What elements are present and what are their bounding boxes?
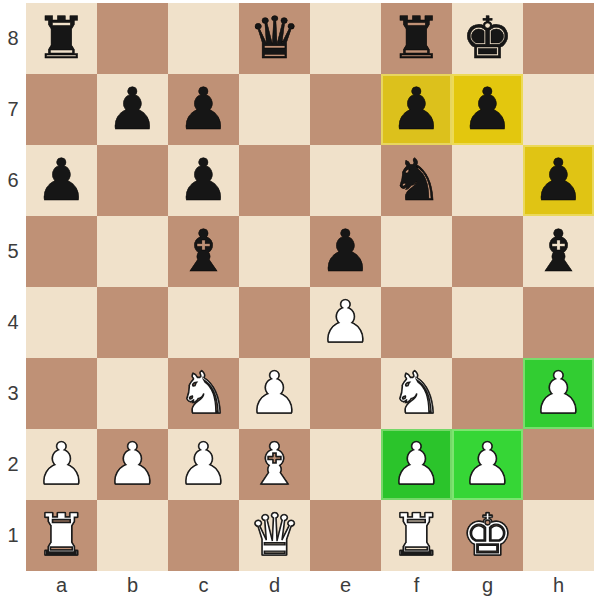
black-pawn[interactable]: ♟	[391, 74, 443, 145]
square-a1[interactable]: ♜	[26, 500, 97, 571]
square-d4[interactable]	[239, 287, 310, 358]
square-d3[interactable]: ♟	[239, 358, 310, 429]
square-b3[interactable]	[97, 358, 168, 429]
square-b2[interactable]: ♟	[97, 429, 168, 500]
black-knight[interactable]: ♞	[391, 145, 443, 216]
black-pawn[interactable]: ♟	[533, 145, 585, 216]
square-e5[interactable]: ♟	[310, 216, 381, 287]
white-queen[interactable]: ♛	[249, 500, 301, 571]
square-d8[interactable]: ♛	[239, 3, 310, 74]
black-pawn[interactable]: ♟	[178, 74, 230, 145]
square-e3[interactable]	[310, 358, 381, 429]
file-label-a: a	[26, 571, 97, 600]
square-e7[interactable]	[310, 74, 381, 145]
square-h1[interactable]	[523, 500, 594, 571]
chess-board[interactable]: ♜♛♜♚♟♟♟♟♟♟♞♟♝♟♝♟♞♟♞♟♟♟♟♝♟♟♜♛♜♚	[26, 3, 594, 571]
square-g4[interactable]	[452, 287, 523, 358]
rank-label-1: 1	[0, 500, 26, 571]
square-c5[interactable]: ♝	[168, 216, 239, 287]
square-h3[interactable]: ♟	[523, 358, 594, 429]
file-label-b: b	[97, 571, 168, 600]
black-pawn[interactable]: ♟	[36, 145, 88, 216]
file-label-e: e	[310, 571, 381, 600]
square-g6[interactable]	[452, 145, 523, 216]
square-a2[interactable]: ♟	[26, 429, 97, 500]
square-e6[interactable]	[310, 145, 381, 216]
white-pawn[interactable]: ♟	[462, 429, 514, 500]
square-b1[interactable]	[97, 500, 168, 571]
square-c8[interactable]	[168, 3, 239, 74]
square-g3[interactable]	[452, 358, 523, 429]
square-h7[interactable]	[523, 74, 594, 145]
white-pawn[interactable]: ♟	[249, 358, 301, 429]
square-f5[interactable]	[381, 216, 452, 287]
square-c6[interactable]: ♟	[168, 145, 239, 216]
square-f8[interactable]: ♜	[381, 3, 452, 74]
black-queen[interactable]: ♛	[249, 3, 301, 74]
square-g1[interactable]: ♚	[452, 500, 523, 571]
square-c3[interactable]: ♞	[168, 358, 239, 429]
square-f4[interactable]	[381, 287, 452, 358]
square-h2[interactable]	[523, 429, 594, 500]
rank-label-5: 5	[0, 216, 26, 287]
square-e8[interactable]	[310, 3, 381, 74]
square-f2[interactable]: ♟	[381, 429, 452, 500]
square-a6[interactable]: ♟	[26, 145, 97, 216]
file-label-g: g	[452, 571, 523, 600]
square-h5[interactable]: ♝	[523, 216, 594, 287]
square-d5[interactable]	[239, 216, 310, 287]
square-c7[interactable]: ♟	[168, 74, 239, 145]
square-g8[interactable]: ♚	[452, 3, 523, 74]
square-a5[interactable]	[26, 216, 97, 287]
white-king[interactable]: ♚	[462, 500, 514, 571]
file-label-h: h	[523, 571, 594, 600]
square-d2[interactable]: ♝	[239, 429, 310, 500]
white-pawn[interactable]: ♟	[320, 287, 372, 358]
square-g5[interactable]	[452, 216, 523, 287]
square-a3[interactable]	[26, 358, 97, 429]
square-d7[interactable]	[239, 74, 310, 145]
square-a8[interactable]: ♜	[26, 3, 97, 74]
black-rook[interactable]: ♜	[391, 3, 443, 74]
square-g2[interactable]: ♟	[452, 429, 523, 500]
square-f7[interactable]: ♟	[381, 74, 452, 145]
file-label-c: c	[168, 571, 239, 600]
square-f1[interactable]: ♜	[381, 500, 452, 571]
square-h6[interactable]: ♟	[523, 145, 594, 216]
rank-label-3: 3	[0, 358, 26, 429]
rank-label-8: 8	[0, 3, 26, 74]
white-pawn[interactable]: ♟	[391, 429, 443, 500]
square-f6[interactable]: ♞	[381, 145, 452, 216]
black-bishop[interactable]: ♝	[178, 216, 230, 287]
square-b6[interactable]	[97, 145, 168, 216]
white-bishop[interactable]: ♝	[249, 429, 301, 500]
white-knight[interactable]: ♞	[178, 358, 230, 429]
black-pawn[interactable]: ♟	[178, 145, 230, 216]
square-d1[interactable]: ♛	[239, 500, 310, 571]
black-pawn[interactable]: ♟	[107, 74, 159, 145]
square-a7[interactable]	[26, 74, 97, 145]
square-c4[interactable]	[168, 287, 239, 358]
white-pawn[interactable]: ♟	[178, 429, 230, 500]
white-knight[interactable]: ♞	[391, 358, 443, 429]
white-rook[interactable]: ♜	[36, 500, 88, 571]
square-b5[interactable]	[97, 216, 168, 287]
white-pawn[interactable]: ♟	[533, 358, 585, 429]
square-b7[interactable]: ♟	[97, 74, 168, 145]
white-rook[interactable]: ♜	[391, 500, 443, 571]
black-pawn[interactable]: ♟	[462, 74, 514, 145]
square-e1[interactable]	[310, 500, 381, 571]
square-e2[interactable]	[310, 429, 381, 500]
square-e4[interactable]: ♟	[310, 287, 381, 358]
square-h4[interactable]	[523, 287, 594, 358]
file-labels: abcdefgh	[26, 571, 594, 600]
rank-label-7: 7	[0, 74, 26, 145]
rank-label-4: 4	[0, 287, 26, 358]
chess-app: 87654321 ♜♛♜♚♟♟♟♟♟♟♞♟♝♟♝♟♞♟♞♟♟♟♟♝♟♟♜♛♜♚ …	[0, 0, 600, 600]
square-b4[interactable]	[97, 287, 168, 358]
white-pawn[interactable]: ♟	[107, 429, 159, 500]
square-g7[interactable]: ♟	[452, 74, 523, 145]
square-h8[interactable]	[523, 3, 594, 74]
black-king[interactable]: ♚	[462, 3, 514, 74]
square-b8[interactable]	[97, 3, 168, 74]
square-c1[interactable]	[168, 500, 239, 571]
square-c2[interactable]: ♟	[168, 429, 239, 500]
file-label-f: f	[381, 571, 452, 600]
rank-labels: 87654321	[0, 3, 26, 571]
black-rook[interactable]: ♜	[36, 3, 88, 74]
square-f3[interactable]: ♞	[381, 358, 452, 429]
square-d6[interactable]	[239, 145, 310, 216]
black-bishop[interactable]: ♝	[533, 216, 585, 287]
rank-label-2: 2	[0, 429, 26, 500]
black-pawn[interactable]: ♟	[320, 216, 372, 287]
white-pawn[interactable]: ♟	[36, 429, 88, 500]
rank-label-6: 6	[0, 145, 26, 216]
square-a4[interactable]	[26, 287, 97, 358]
file-label-d: d	[239, 571, 310, 600]
